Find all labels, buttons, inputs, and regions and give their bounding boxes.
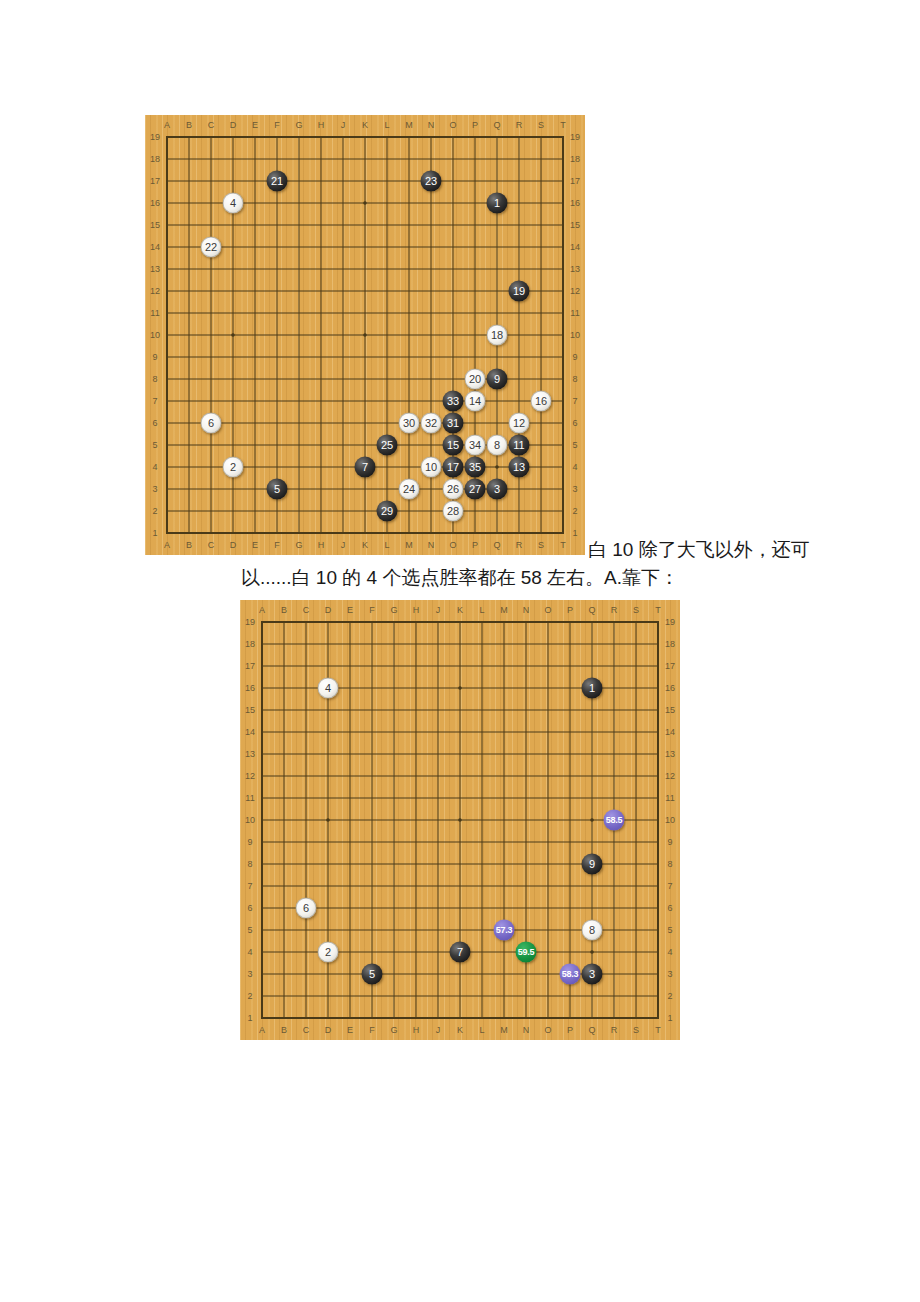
coord-label-right-7: 7 (572, 397, 577, 406)
coord-label-top-L: L (384, 121, 389, 130)
coord-label-top-A: A (164, 121, 170, 130)
coord-label-bottom-A: A (164, 541, 170, 550)
coord-label-bottom-F: F (369, 1026, 375, 1035)
coord-label-top-H: H (318, 121, 325, 130)
coord-label-left-11: 11 (245, 794, 254, 803)
coord-label-left-18: 18 (245, 640, 255, 649)
coord-label-right-16: 16 (665, 684, 675, 693)
coord-label-right-17: 17 (570, 177, 580, 186)
coord-label-left-6: 6 (247, 904, 252, 913)
coord-label-right-8: 8 (572, 375, 577, 384)
coord-label-right-15: 15 (570, 221, 580, 230)
coord-label-left-18: 18 (150, 155, 160, 164)
coord-label-left-16: 16 (150, 199, 160, 208)
coord-label-left-5: 5 (247, 926, 252, 935)
coord-label-top-J: J (436, 606, 441, 615)
coord-label-right-18: 18 (570, 155, 580, 164)
coord-label-bottom-T: T (655, 1026, 661, 1035)
coord-label-right-18: 18 (665, 640, 675, 649)
coord-label-left-16: 16 (245, 684, 255, 693)
stone-black-7-K4: 7 (450, 942, 471, 963)
coord-label-bottom-N: N (523, 1026, 530, 1035)
stone-white-34-P5: 34 (465, 435, 486, 456)
coord-label-bottom-H: H (413, 1026, 420, 1035)
coord-label-left-15: 15 (245, 706, 255, 715)
coord-label-right-12: 12 (570, 287, 580, 296)
coord-label-right-5: 5 (667, 926, 672, 935)
coord-label-right-14: 14 (665, 728, 675, 737)
coord-label-bottom-D: D (230, 541, 237, 550)
coord-label-bottom-K: K (362, 541, 368, 550)
coord-label-bottom-B: B (186, 541, 192, 550)
coord-label-left-15: 15 (150, 221, 160, 230)
coord-label-top-M: M (500, 606, 508, 615)
coord-label-right-3: 3 (572, 485, 577, 494)
coord-label-left-1: 1 (247, 1014, 252, 1023)
coord-label-top-N: N (428, 121, 435, 130)
coord-label-top-L: L (479, 606, 484, 615)
coord-label-top-F: F (369, 606, 375, 615)
coord-label-top-P: P (567, 606, 573, 615)
coord-label-bottom-R: R (516, 541, 523, 550)
coord-label-left-19: 19 (150, 133, 160, 142)
coord-label-bottom-A: A (259, 1026, 265, 1035)
coord-label-left-7: 7 (152, 397, 157, 406)
coord-label-top-O: O (449, 121, 456, 130)
stone-black-5-F3: 5 (267, 479, 288, 500)
coord-label-top-H: H (413, 606, 420, 615)
coord-label-right-4: 4 (667, 948, 672, 957)
coord-label-left-14: 14 (150, 243, 160, 252)
coord-label-bottom-J: J (341, 541, 346, 550)
coord-label-top-P: P (472, 121, 478, 130)
coord-label-bottom-K: K (457, 1026, 463, 1035)
coord-label-top-K: K (362, 121, 368, 130)
coord-label-left-13: 13 (245, 750, 255, 759)
coord-label-bottom-D: D (325, 1026, 332, 1035)
analysis-text-line-2: 以......白 10 的 4 个选点胜率都在 58 左右。A.靠下： (0, 566, 920, 589)
coord-label-right-2: 2 (572, 507, 577, 516)
stone-white-12-R6: 12 (509, 413, 530, 434)
stone-black-33-O7: 33 (443, 391, 464, 412)
coord-label-bottom-S: S (538, 541, 544, 550)
coord-label-top-R: R (516, 121, 523, 130)
coord-label-left-3: 3 (247, 970, 252, 979)
coord-label-bottom-P: P (472, 541, 478, 550)
winrate-mark-58.3-P3: 58.3 (560, 964, 581, 985)
stone-white-18-Q10: 18 (487, 325, 508, 346)
coord-label-right-8: 8 (667, 860, 672, 869)
stone-black-5-F3: 5 (362, 964, 383, 985)
coord-label-bottom-J: J (436, 1026, 441, 1035)
stone-white-8-Q5: 8 (582, 920, 603, 941)
coord-label-bottom-G: G (295, 541, 302, 550)
stone-black-3-Q3: 3 (487, 479, 508, 500)
stone-black-9-Q8: 9 (487, 369, 508, 390)
stone-white-24-M3: 24 (399, 479, 420, 500)
stone-black-13-R4: 13 (509, 457, 530, 478)
coord-label-right-1: 1 (572, 529, 577, 538)
stone-black-1-Q16: 1 (582, 678, 603, 699)
coord-label-bottom-M: M (405, 541, 413, 550)
coord-label-top-C: C (303, 606, 310, 615)
coord-label-right-10: 10 (570, 331, 580, 340)
stone-white-2-D4: 2 (318, 942, 339, 963)
coord-label-right-13: 13 (570, 265, 580, 274)
coord-label-top-D: D (230, 121, 237, 130)
stone-black-35-P4: 35 (465, 457, 486, 478)
coord-label-left-1: 1 (152, 529, 157, 538)
stone-white-30-M6: 30 (399, 413, 420, 434)
stone-white-20-P8: 20 (465, 369, 486, 390)
coord-label-top-Q: Q (588, 606, 595, 615)
coord-label-right-16: 16 (570, 199, 580, 208)
coord-label-right-1: 1 (667, 1014, 672, 1023)
go-board-main-diagram: AABBCCDDEEFFGGHHJJKKLLMMNNOOPPQQRRSSTT11… (145, 115, 585, 555)
coord-label-right-14: 14 (570, 243, 580, 252)
coord-label-right-5: 5 (572, 441, 577, 450)
coord-label-right-19: 19 (665, 618, 675, 627)
coord-label-top-K: K (457, 606, 463, 615)
coord-label-bottom-O: O (544, 1026, 551, 1035)
winrate-mark-57.3-M5: 57.3 (494, 920, 515, 941)
coord-label-top-T: T (560, 121, 566, 130)
coord-label-left-9: 9 (247, 838, 252, 847)
coord-label-left-12: 12 (150, 287, 160, 296)
coord-label-left-4: 4 (247, 948, 252, 957)
stone-black-1-Q16: 1 (487, 193, 508, 214)
stone-white-8-Q5: 8 (487, 435, 508, 456)
coord-label-bottom-O: O (449, 541, 456, 550)
coord-label-top-M: M (405, 121, 413, 130)
coord-label-top-Q: Q (493, 121, 500, 130)
coord-label-left-3: 3 (152, 485, 157, 494)
coord-label-right-15: 15 (665, 706, 675, 715)
coord-label-bottom-S: S (633, 1026, 639, 1035)
winrate-mark-58.5-R10: 58.5 (604, 810, 625, 831)
board-grid (145, 115, 585, 555)
coord-label-bottom-Q: Q (493, 541, 500, 550)
stone-white-4-D16: 4 (223, 193, 244, 214)
coord-label-left-7: 7 (247, 882, 252, 891)
coord-label-right-9: 9 (572, 353, 577, 362)
coord-label-right-17: 17 (665, 662, 675, 671)
stone-black-11-R5: 11 (509, 435, 530, 456)
coord-label-bottom-Q: Q (588, 1026, 595, 1035)
stone-white-10-N4: 10 (421, 457, 442, 478)
coord-label-right-3: 3 (667, 970, 672, 979)
coord-label-bottom-G: G (390, 1026, 397, 1035)
stone-black-17-O4: 17 (443, 457, 464, 478)
stone-black-21-F17: 21 (267, 171, 288, 192)
stone-white-26-O3: 26 (443, 479, 464, 500)
stone-black-7-K4: 7 (355, 457, 376, 478)
coord-label-right-19: 19 (570, 133, 580, 142)
coord-label-left-5: 5 (152, 441, 157, 450)
coord-label-top-S: S (538, 121, 544, 130)
coord-label-right-10: 10 (665, 816, 675, 825)
winrate-mark-59.5-N4: 59.5 (516, 942, 537, 963)
coord-label-top-J: J (341, 121, 346, 130)
stone-black-9-Q8: 9 (582, 854, 603, 875)
coord-label-left-6: 6 (152, 419, 157, 428)
coord-label-bottom-L: L (384, 541, 389, 550)
coord-label-bottom-C: C (303, 1026, 310, 1035)
stone-black-3-Q3: 3 (582, 964, 603, 985)
coord-label-bottom-B: B (281, 1026, 287, 1035)
coord-label-bottom-P: P (567, 1026, 573, 1035)
coord-label-right-11: 11 (570, 309, 579, 318)
coord-label-top-S: S (633, 606, 639, 615)
coord-label-top-N: N (523, 606, 530, 615)
stone-black-15-O5: 15 (443, 435, 464, 456)
stone-white-14-P7: 14 (465, 391, 486, 412)
coord-label-left-2: 2 (247, 992, 252, 1001)
coord-label-left-10: 10 (150, 331, 160, 340)
coord-label-top-R: R (611, 606, 618, 615)
coord-label-left-4: 4 (152, 463, 157, 472)
coord-label-left-17: 17 (245, 662, 255, 671)
coord-label-left-11: 11 (150, 309, 159, 318)
coord-label-right-11: 11 (665, 794, 674, 803)
coord-label-right-12: 12 (665, 772, 675, 781)
coord-label-left-13: 13 (150, 265, 160, 274)
coord-label-left-8: 8 (152, 375, 157, 384)
coord-label-top-A: A (259, 606, 265, 615)
coord-label-left-14: 14 (245, 728, 255, 737)
coord-label-top-D: D (325, 606, 332, 615)
coord-label-top-T: T (655, 606, 661, 615)
stone-black-23-N17: 23 (421, 171, 442, 192)
stone-white-4-D16: 4 (318, 678, 339, 699)
stone-black-19-R12: 19 (509, 281, 530, 302)
stone-white-22-C14: 22 (201, 237, 222, 258)
stone-white-32-N6: 32 (421, 413, 442, 434)
coord-label-right-2: 2 (667, 992, 672, 1001)
coord-label-left-12: 12 (245, 772, 255, 781)
coord-label-bottom-H: H (318, 541, 325, 550)
coord-label-right-4: 4 (572, 463, 577, 472)
coord-label-bottom-E: E (347, 1026, 353, 1035)
coord-label-top-G: G (295, 121, 302, 130)
stone-black-27-P3: 27 (465, 479, 486, 500)
coord-label-right-13: 13 (665, 750, 675, 759)
document-page: AABBCCDDEEFFGGHHJJKKLLMMNNOOPPQQRRSSTT11… (0, 0, 920, 1302)
analysis-text-line-1: 白 10 除了大飞以外，还可 (588, 538, 810, 561)
coord-label-top-C: C (208, 121, 215, 130)
coord-label-right-9: 9 (667, 838, 672, 847)
coord-label-top-E: E (252, 121, 258, 130)
coord-label-top-B: B (186, 121, 192, 130)
coord-label-right-6: 6 (572, 419, 577, 428)
stone-black-25-L5: 25 (377, 435, 398, 456)
coord-label-left-8: 8 (247, 860, 252, 869)
stone-black-29-L2: 29 (377, 501, 398, 522)
stone-white-6-C6: 6 (296, 898, 317, 919)
stone-white-28-O2: 28 (443, 501, 464, 522)
coord-label-bottom-R: R (611, 1026, 618, 1035)
coord-label-left-2: 2 (152, 507, 157, 516)
coord-label-bottom-N: N (428, 541, 435, 550)
go-board-variation-a-diagram: AABBCCDDEEFFGGHHJJKKLLMMNNOOPPQQRRSSTT11… (240, 600, 680, 1040)
coord-label-top-G: G (390, 606, 397, 615)
coord-label-right-7: 7 (667, 882, 672, 891)
coord-label-top-F: F (274, 121, 280, 130)
coord-label-top-B: B (281, 606, 287, 615)
coord-label-right-6: 6 (667, 904, 672, 913)
coord-label-top-E: E (347, 606, 353, 615)
coord-label-left-17: 17 (150, 177, 160, 186)
coord-label-top-O: O (544, 606, 551, 615)
coord-label-bottom-T: T (560, 541, 566, 550)
coord-label-bottom-F: F (274, 541, 280, 550)
coord-label-left-19: 19 (245, 618, 255, 627)
coord-label-bottom-C: C (208, 541, 215, 550)
coord-label-bottom-L: L (479, 1026, 484, 1035)
stone-black-31-O6: 31 (443, 413, 464, 434)
stone-white-16-S7: 16 (531, 391, 552, 412)
coord-label-bottom-M: M (500, 1026, 508, 1035)
coord-label-left-10: 10 (245, 816, 255, 825)
coord-label-left-9: 9 (152, 353, 157, 362)
coord-label-bottom-E: E (252, 541, 258, 550)
stone-white-6-C6: 6 (201, 413, 222, 434)
stone-white-2-D4: 2 (223, 457, 244, 478)
